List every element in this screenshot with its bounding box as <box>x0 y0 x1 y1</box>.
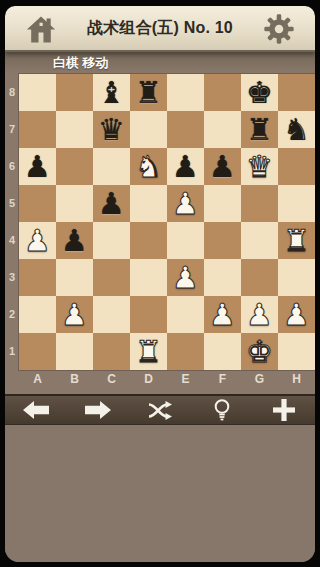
rank-label-3: 3 <box>5 259 19 296</box>
shuffle-button[interactable] <box>129 396 191 424</box>
header-bar: 战术组合(五) No. 10 <box>5 6 315 52</box>
square-g7[interactable]: ♜ <box>241 111 278 148</box>
turn-indicator: 白棋 移动 <box>53 54 109 72</box>
square-c7[interactable]: ♛ <box>93 111 130 148</box>
board-area: 87654321 ♝♜♚♛♜♞♟♞♟♟♛♟♟♟♟♜♟♟♟♟♟♜♚ ABCDEFG… <box>5 74 315 390</box>
rank-label-4: 4 <box>5 222 19 259</box>
back-arrow-icon <box>23 401 49 419</box>
square-b4[interactable]: ♟ <box>56 222 93 259</box>
square-f4[interactable] <box>204 222 241 259</box>
square-g5[interactable] <box>241 185 278 222</box>
white-pawn: ♟ <box>61 296 88 333</box>
square-a4[interactable]: ♟ <box>19 222 56 259</box>
square-f2[interactable]: ♟ <box>204 296 241 333</box>
square-h3[interactable] <box>278 259 315 296</box>
square-d5[interactable] <box>130 185 167 222</box>
square-e2[interactable] <box>167 296 204 333</box>
white-pawn: ♟ <box>24 222 51 259</box>
square-d2[interactable] <box>130 296 167 333</box>
square-g6[interactable]: ♛ <box>241 148 278 185</box>
square-a5[interactable] <box>19 185 56 222</box>
square-h4[interactable]: ♜ <box>278 222 315 259</box>
square-e1[interactable] <box>167 333 204 370</box>
square-f1[interactable] <box>204 333 241 370</box>
square-d6[interactable]: ♞ <box>130 148 167 185</box>
square-g1[interactable]: ♚ <box>241 333 278 370</box>
square-d1[interactable]: ♜ <box>130 333 167 370</box>
square-g4[interactable] <box>241 222 278 259</box>
file-label-a: A <box>19 370 56 390</box>
file-label-g: G <box>241 370 278 390</box>
white-pawn: ♟ <box>246 296 273 333</box>
white-queen: ♛ <box>246 148 273 185</box>
square-e5[interactable]: ♟ <box>167 185 204 222</box>
square-b3[interactable] <box>56 259 93 296</box>
black-king: ♚ <box>246 74 273 111</box>
plus-icon <box>273 399 295 421</box>
square-b2[interactable]: ♟ <box>56 296 93 333</box>
square-c2[interactable] <box>93 296 130 333</box>
white-pawn: ♟ <box>283 296 310 333</box>
square-b6[interactable] <box>56 148 93 185</box>
rank-label-8: 8 <box>5 74 19 111</box>
app-window: 战术组合(五) No. 10 <box>5 6 315 562</box>
square-c4[interactable] <box>93 222 130 259</box>
square-b1[interactable] <box>56 333 93 370</box>
file-label-c: C <box>93 370 130 390</box>
rank-label-7: 7 <box>5 111 19 148</box>
square-g3[interactable] <box>241 259 278 296</box>
square-e7[interactable] <box>167 111 204 148</box>
white-pawn: ♟ <box>172 259 199 296</box>
shuffle-icon <box>148 401 172 420</box>
forward-button[interactable] <box>67 396 129 424</box>
square-a1[interactable] <box>19 333 56 370</box>
rank-label-5: 5 <box>5 185 19 222</box>
page-title: 战术组合(五) No. 10 <box>87 18 233 39</box>
black-pawn: ♟ <box>209 148 236 185</box>
square-f8[interactable] <box>204 74 241 111</box>
square-b8[interactable] <box>56 74 93 111</box>
square-a7[interactable] <box>19 111 56 148</box>
square-f7[interactable] <box>204 111 241 148</box>
square-d4[interactable] <box>130 222 167 259</box>
file-labels: ABCDEFGH <box>5 370 315 390</box>
square-h5[interactable] <box>278 185 315 222</box>
square-h8[interactable] <box>278 74 315 111</box>
settings-button[interactable] <box>251 6 307 52</box>
square-d3[interactable] <box>130 259 167 296</box>
file-label-f: F <box>204 370 241 390</box>
square-d7[interactable] <box>130 111 167 148</box>
back-button[interactable] <box>5 396 67 424</box>
black-rook: ♜ <box>135 74 162 111</box>
square-c6[interactable] <box>93 148 130 185</box>
square-a2[interactable] <box>19 296 56 333</box>
square-b5[interactable] <box>56 185 93 222</box>
square-a8[interactable] <box>19 74 56 111</box>
board: ♝♜♚♛♜♞♟♞♟♟♛♟♟♟♟♜♟♟♟♟♟♜♚ <box>19 74 315 370</box>
black-bishop: ♝ <box>98 74 125 111</box>
square-h7[interactable]: ♞ <box>278 111 315 148</box>
square-e3[interactable]: ♟ <box>167 259 204 296</box>
forward-arrow-icon <box>85 401 111 419</box>
black-pawn: ♟ <box>172 148 199 185</box>
square-f6[interactable]: ♟ <box>204 148 241 185</box>
home-icon <box>26 16 56 43</box>
square-h1[interactable] <box>278 333 315 370</box>
file-label-e: E <box>167 370 204 390</box>
square-a6[interactable]: ♟ <box>19 148 56 185</box>
white-pawn: ♟ <box>209 296 236 333</box>
add-button[interactable] <box>253 396 315 424</box>
file-label-h: H <box>278 370 315 390</box>
square-a3[interactable] <box>19 259 56 296</box>
square-e8[interactable] <box>167 74 204 111</box>
square-c3[interactable] <box>93 259 130 296</box>
hint-button[interactable] <box>191 396 253 424</box>
square-b7[interactable] <box>56 111 93 148</box>
black-pawn: ♟ <box>98 185 125 222</box>
rank-labels: 87654321 <box>5 74 19 370</box>
white-rook: ♜ <box>283 222 310 259</box>
square-e4[interactable] <box>167 222 204 259</box>
black-rook: ♜ <box>246 111 273 148</box>
square-e6[interactable]: ♟ <box>167 148 204 185</box>
square-f5[interactable] <box>204 185 241 222</box>
hint-bulb-icon <box>214 399 230 421</box>
white-rook: ♜ <box>135 333 162 370</box>
black-knight: ♞ <box>283 111 310 148</box>
square-c5[interactable]: ♟ <box>93 185 130 222</box>
black-pawn: ♟ <box>61 222 88 259</box>
white-king: ♚ <box>246 333 273 370</box>
square-g8[interactable]: ♚ <box>241 74 278 111</box>
status-bar: 白棋 移动 <box>5 52 315 74</box>
black-queen: ♛ <box>98 111 125 148</box>
square-d8[interactable]: ♜ <box>130 74 167 111</box>
settings-gear-icon <box>263 13 295 45</box>
toolbar <box>5 394 315 425</box>
file-label-b: B <box>56 370 93 390</box>
black-pawn: ♟ <box>24 148 51 185</box>
square-c1[interactable] <box>93 333 130 370</box>
rank-label-2: 2 <box>5 296 19 333</box>
square-g2[interactable]: ♟ <box>241 296 278 333</box>
bottom-panel <box>5 425 315 562</box>
file-label-d: D <box>130 370 167 390</box>
home-button[interactable] <box>13 6 69 52</box>
white-pawn: ♟ <box>172 185 199 222</box>
square-h2[interactable]: ♟ <box>278 296 315 333</box>
rank-label-6: 6 <box>5 148 19 185</box>
square-c8[interactable]: ♝ <box>93 74 130 111</box>
white-knight: ♞ <box>135 148 162 185</box>
square-f3[interactable] <box>204 259 241 296</box>
rank-label-1: 1 <box>5 333 19 370</box>
square-h6[interactable] <box>278 148 315 185</box>
